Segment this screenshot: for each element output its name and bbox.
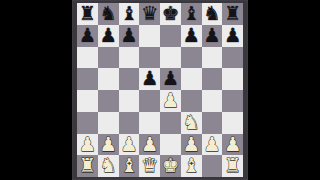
piece-white-king: ♚ xyxy=(162,156,179,176)
piece-white-bishop: ♝ xyxy=(120,156,137,176)
square-g2[interactable]: ♟ xyxy=(202,134,223,156)
square-e6[interactable] xyxy=(160,47,181,69)
piece-white-pawn: ♟ xyxy=(141,135,158,155)
square-c3[interactable] xyxy=(119,112,140,134)
square-e3[interactable] xyxy=(160,112,181,134)
square-a3[interactable] xyxy=(77,112,98,134)
piece-white-pawn: ♟ xyxy=(224,135,241,155)
piece-black-bishop: ♝ xyxy=(120,4,137,24)
square-a7[interactable]: ♟ xyxy=(77,25,98,47)
square-d2[interactable]: ♟ xyxy=(139,134,160,156)
square-e2[interactable] xyxy=(160,134,181,156)
square-d6[interactable] xyxy=(139,47,160,69)
square-a8[interactable]: ♜ xyxy=(77,3,98,25)
square-h3[interactable] xyxy=(222,112,243,134)
square-b2[interactable]: ♟ xyxy=(98,134,119,156)
piece-black-pawn: ♟ xyxy=(120,26,137,46)
piece-white-pawn: ♟ xyxy=(182,135,199,155)
square-f1[interactable]: ♝ xyxy=(181,155,202,177)
square-c2[interactable]: ♟ xyxy=(119,134,140,156)
square-h5[interactable] xyxy=(222,68,243,90)
piece-black-knight: ♞ xyxy=(203,4,220,24)
square-d4[interactable] xyxy=(139,90,160,112)
square-h8[interactable]: ♜ xyxy=(222,3,243,25)
piece-white-rook: ♜ xyxy=(79,156,96,176)
square-h1[interactable]: ♜ xyxy=(222,155,243,177)
square-d1[interactable]: ♛ xyxy=(139,155,160,177)
piece-black-pawn: ♟ xyxy=(99,26,116,46)
piece-white-knight: ♞ xyxy=(99,156,116,176)
square-d8[interactable]: ♛ xyxy=(139,3,160,25)
piece-black-pawn: ♟ xyxy=(224,26,241,46)
piece-black-pawn: ♟ xyxy=(141,69,158,89)
square-f6[interactable] xyxy=(181,47,202,69)
square-f8[interactable]: ♝ xyxy=(181,3,202,25)
square-h4[interactable] xyxy=(222,90,243,112)
piece-black-bishop: ♝ xyxy=(182,4,199,24)
square-g5[interactable] xyxy=(202,68,223,90)
square-b1[interactable]: ♞ xyxy=(98,155,119,177)
piece-black-rook: ♜ xyxy=(79,4,96,24)
piece-white-knight: ♞ xyxy=(182,113,199,133)
square-g4[interactable] xyxy=(202,90,223,112)
piece-white-pawn: ♟ xyxy=(120,135,137,155)
square-f7[interactable]: ♟ xyxy=(181,25,202,47)
square-e8[interactable]: ♚ xyxy=(160,3,181,25)
square-d7[interactable] xyxy=(139,25,160,47)
square-d5[interactable]: ♟ xyxy=(139,68,160,90)
square-h6[interactable] xyxy=(222,47,243,69)
square-c1[interactable]: ♝ xyxy=(119,155,140,177)
piece-white-pawn: ♟ xyxy=(99,135,116,155)
piece-white-pawn: ♟ xyxy=(79,135,96,155)
square-h2[interactable]: ♟ xyxy=(222,134,243,156)
square-f3[interactable]: ♞ xyxy=(181,112,202,134)
square-e5[interactable]: ♟ xyxy=(160,68,181,90)
square-c5[interactable] xyxy=(119,68,140,90)
square-f5[interactable] xyxy=(181,68,202,90)
square-b5[interactable] xyxy=(98,68,119,90)
piece-white-rook: ♜ xyxy=(224,156,241,176)
square-c7[interactable]: ♟ xyxy=(119,25,140,47)
square-f2[interactable]: ♟ xyxy=(181,134,202,156)
piece-black-king: ♚ xyxy=(162,4,179,24)
square-b8[interactable]: ♞ xyxy=(98,3,119,25)
square-e1[interactable]: ♚ xyxy=(160,155,181,177)
piece-white-queen: ♛ xyxy=(141,156,158,176)
square-a1[interactable]: ♜ xyxy=(77,155,98,177)
square-h7[interactable]: ♟ xyxy=(222,25,243,47)
square-g3[interactable] xyxy=(202,112,223,134)
piece-black-pawn: ♟ xyxy=(162,69,179,89)
square-f4[interactable] xyxy=(181,90,202,112)
piece-black-pawn: ♟ xyxy=(79,26,96,46)
piece-white-pawn: ♟ xyxy=(162,91,179,111)
square-b3[interactable] xyxy=(98,112,119,134)
letterbox-background: ♜♞♝♛♚♝♞♜♟♟♟♟♟♟♟♟♟♞♟♟♟♟♟♟♟♜♞♝♛♚♝♜ xyxy=(0,0,320,180)
square-g8[interactable]: ♞ xyxy=(202,3,223,25)
square-e7[interactable] xyxy=(160,25,181,47)
piece-black-rook: ♜ xyxy=(224,4,241,24)
square-c6[interactable] xyxy=(119,47,140,69)
square-b7[interactable]: ♟ xyxy=(98,25,119,47)
piece-black-queen: ♛ xyxy=(141,4,158,24)
square-b4[interactable] xyxy=(98,90,119,112)
square-c4[interactable] xyxy=(119,90,140,112)
square-a5[interactable] xyxy=(77,68,98,90)
piece-white-pawn: ♟ xyxy=(203,135,220,155)
square-d3[interactable] xyxy=(139,112,160,134)
square-a2[interactable]: ♟ xyxy=(77,134,98,156)
square-e4[interactable]: ♟ xyxy=(160,90,181,112)
piece-white-bishop: ♝ xyxy=(182,156,199,176)
square-g1[interactable] xyxy=(202,155,223,177)
piece-black-pawn: ♟ xyxy=(182,26,199,46)
square-a4[interactable] xyxy=(77,90,98,112)
piece-black-pawn: ♟ xyxy=(203,26,220,46)
square-c8[interactable]: ♝ xyxy=(119,3,140,25)
square-a6[interactable] xyxy=(77,47,98,69)
piece-black-knight: ♞ xyxy=(99,4,116,24)
chess-board: ♜♞♝♛♚♝♞♜♟♟♟♟♟♟♟♟♟♞♟♟♟♟♟♟♟♜♞♝♛♚♝♜ xyxy=(77,3,243,177)
square-b6[interactable] xyxy=(98,47,119,69)
square-g6[interactable] xyxy=(202,47,223,69)
square-g7[interactable]: ♟ xyxy=(202,25,223,47)
